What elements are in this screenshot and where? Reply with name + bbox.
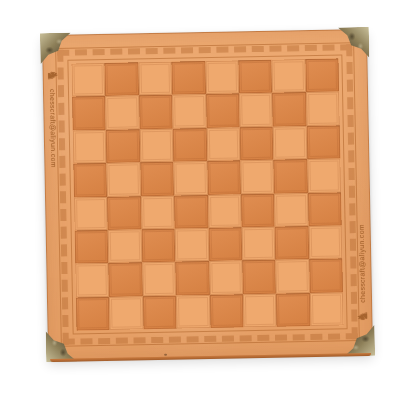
square-d6 (173, 128, 207, 162)
metal-corner-bottom-left (46, 331, 78, 363)
square-f5 (240, 160, 274, 194)
square-b3 (108, 229, 142, 263)
square-e1 (209, 294, 243, 328)
metal-corner-top-right (338, 27, 370, 59)
square-a8 (71, 63, 105, 97)
square-e4 (208, 194, 242, 228)
square-h8 (305, 58, 339, 92)
square-g7 (272, 92, 306, 126)
square-c7 (139, 95, 173, 129)
square-e5 (207, 160, 241, 194)
photo-background: ♞ chesscraft@aliyun.com ♞ chesscraft@ali… (0, 0, 400, 400)
leather-speck (164, 354, 167, 356)
square-b6 (106, 129, 140, 163)
brand-email-right: chesscraft@aliyun.com (358, 224, 367, 303)
square-e7 (206, 94, 240, 128)
branding-right-edge: ♞ chesscraft@aliyun.com (355, 224, 370, 323)
square-h6 (306, 125, 340, 159)
square-f3 (242, 227, 276, 261)
square-b5 (107, 162, 141, 196)
chess-board: ♞ chesscraft@aliyun.com ♞ chesscraft@ali… (42, 29, 373, 360)
square-d8 (172, 61, 206, 95)
square-f8 (238, 60, 272, 94)
square-e8 (205, 60, 239, 94)
square-h3 (308, 225, 342, 259)
square-d7 (172, 94, 206, 128)
square-h4 (308, 192, 342, 226)
metal-corner-bottom-right (344, 325, 376, 357)
square-e6 (206, 127, 240, 161)
square-e3 (208, 227, 242, 261)
square-d4 (174, 195, 208, 229)
square-h7 (306, 92, 340, 126)
square-c6 (139, 128, 173, 162)
square-b1 (109, 296, 143, 330)
square-g6 (273, 126, 307, 160)
square-b7 (105, 96, 139, 130)
square-c5 (140, 162, 174, 196)
square-h5 (307, 159, 341, 193)
knight-icon: ♞ (46, 70, 59, 82)
square-g4 (274, 193, 308, 227)
square-c4 (141, 195, 175, 229)
square-d3 (175, 228, 209, 262)
square-c1 (143, 295, 177, 329)
metal-corner-top-left (40, 33, 72, 65)
square-a7 (72, 96, 106, 130)
square-b8 (105, 62, 139, 96)
knight-icon: ♞ (356, 311, 369, 323)
square-c8 (138, 62, 172, 96)
square-a6 (73, 130, 107, 164)
square-g5 (274, 159, 308, 193)
square-a4 (74, 196, 108, 230)
square-e2 (209, 261, 243, 295)
board-grid (71, 58, 343, 330)
square-g3 (275, 226, 309, 260)
square-f7 (239, 93, 273, 127)
square-d2 (175, 261, 209, 295)
square-g1 (276, 293, 310, 327)
square-a1 (76, 297, 110, 331)
square-d1 (176, 295, 210, 329)
square-d5 (173, 161, 207, 195)
square-f2 (242, 260, 276, 294)
square-a5 (73, 163, 107, 197)
square-b2 (109, 263, 143, 297)
brand-email-left: chesscraft@aliyun.com (49, 89, 58, 168)
square-a3 (75, 230, 109, 264)
square-a2 (75, 263, 109, 297)
square-g8 (272, 59, 306, 93)
square-c3 (141, 229, 175, 263)
square-b4 (107, 196, 141, 230)
square-f4 (241, 193, 275, 227)
square-h2 (309, 259, 343, 293)
square-c2 (142, 262, 176, 296)
branding-left-edge: ♞ chesscraft@aliyun.com (46, 69, 61, 168)
square-h1 (310, 292, 344, 326)
square-f1 (243, 293, 277, 327)
square-f6 (240, 126, 274, 160)
square-g2 (276, 259, 310, 293)
